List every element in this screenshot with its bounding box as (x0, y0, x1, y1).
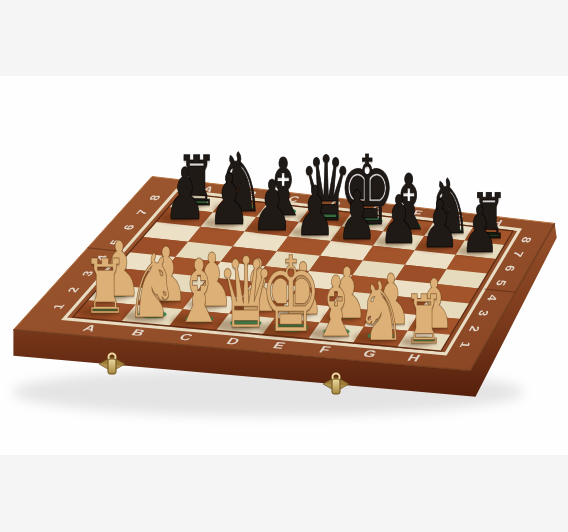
chess-set-product-photo: AABBCCDDEEFFGGHH8877665544332211 ♜♞♝♛♚♝♞… (0, 0, 568, 532)
chessboard: AABBCCDDEEFFGGHH8877665544332211 (0, 0, 568, 532)
